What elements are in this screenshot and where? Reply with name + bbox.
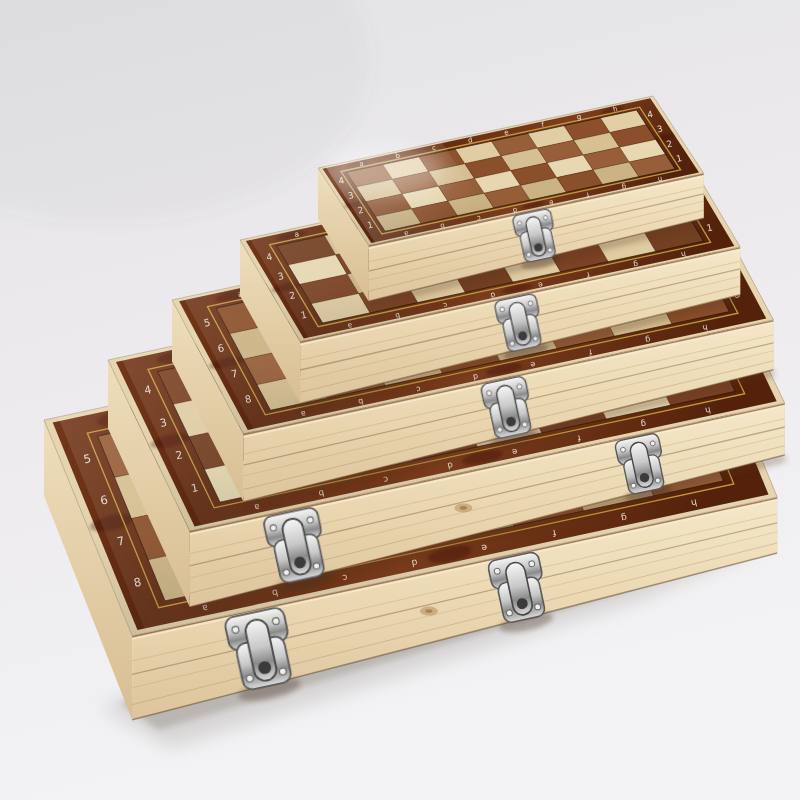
chess-box-stack-photo: 55667788aabbccddeeffgghh44332211aabbccdd… [0,0,800,800]
product-photo: 55667788aabbccddeeffgghh44332211aabbccdd… [0,0,800,800]
